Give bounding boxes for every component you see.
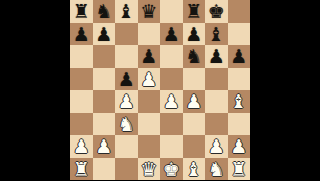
square-a7[interactable]: ♟ [70,23,93,46]
square-a8[interactable]: ♜ [70,0,93,23]
square-g1[interactable]: ♞ [205,158,228,181]
square-d2[interactable] [138,135,161,158]
square-c8[interactable]: ♝ [115,0,138,23]
square-e2[interactable] [160,135,183,158]
piece-white-pawn[interactable]: ♟ [208,135,225,157]
piece-black-knight[interactable]: ♞ [185,45,202,67]
square-d6[interactable]: ♟ [138,45,161,68]
square-d3[interactable] [138,113,161,136]
square-c3[interactable]: ♞ [115,113,138,136]
piece-white-pawn[interactable]: ♟ [185,90,202,112]
chess-board: ♜♞♝♛♜♚♟♟♟♟♝♟♞♟♟♟♟♟♟♟♝♞♟♟♟♟♜♛♚♝♞♜ [70,0,250,180]
piece-black-knight[interactable]: ♞ [95,0,112,22]
app-background: ♜♞♝♛♜♚♟♟♟♟♝♟♞♟♟♟♟♟♟♟♝♞♟♟♟♟♜♛♚♝♞♜ [0,0,320,180]
square-h3[interactable] [228,113,251,136]
square-g5[interactable] [205,68,228,91]
piece-black-queen[interactable]: ♛ [140,0,157,22]
square-c5[interactable]: ♟ [115,68,138,91]
piece-black-pawn[interactable]: ♟ [140,45,157,67]
piece-white-rook[interactable]: ♜ [73,158,90,180]
square-d4[interactable] [138,90,161,113]
square-b4[interactable] [93,90,116,113]
square-f4[interactable]: ♟ [183,90,206,113]
piece-black-pawn[interactable]: ♟ [163,23,180,45]
square-b2[interactable]: ♟ [93,135,116,158]
piece-white-pawn[interactable]: ♟ [140,68,157,90]
piece-white-king[interactable]: ♚ [163,158,180,180]
square-b7[interactable]: ♟ [93,23,116,46]
piece-white-queen[interactable]: ♛ [140,158,157,180]
square-a4[interactable] [70,90,93,113]
piece-white-pawn[interactable]: ♟ [95,135,112,157]
piece-black-king[interactable]: ♚ [208,0,225,22]
square-e1[interactable]: ♚ [160,158,183,181]
square-b1[interactable] [93,158,116,181]
square-f2[interactable] [183,135,206,158]
square-g2[interactable]: ♟ [205,135,228,158]
piece-white-knight[interactable]: ♞ [118,113,135,135]
piece-black-pawn[interactable]: ♟ [95,23,112,45]
piece-black-pawn[interactable]: ♟ [118,68,135,90]
square-c7[interactable] [115,23,138,46]
piece-white-pawn[interactable]: ♟ [73,135,90,157]
square-g7[interactable]: ♝ [205,23,228,46]
square-f7[interactable]: ♟ [183,23,206,46]
square-a6[interactable] [70,45,93,68]
square-e5[interactable] [160,68,183,91]
piece-black-pawn[interactable]: ♟ [73,23,90,45]
square-e7[interactable]: ♟ [160,23,183,46]
square-h4[interactable]: ♝ [228,90,251,113]
piece-white-bishop[interactable]: ♝ [230,90,247,112]
piece-white-rook[interactable]: ♜ [230,158,247,180]
square-b8[interactable]: ♞ [93,0,116,23]
square-f6[interactable]: ♞ [183,45,206,68]
square-e6[interactable] [160,45,183,68]
square-b3[interactable] [93,113,116,136]
square-d8[interactable]: ♛ [138,0,161,23]
square-h6[interactable]: ♟ [228,45,251,68]
piece-black-rook[interactable]: ♜ [73,0,90,22]
square-e3[interactable] [160,113,183,136]
piece-white-pawn[interactable]: ♟ [230,135,247,157]
square-c4[interactable]: ♟ [115,90,138,113]
square-g3[interactable] [205,113,228,136]
square-h2[interactable]: ♟ [228,135,251,158]
square-d1[interactable]: ♛ [138,158,161,181]
square-h5[interactable] [228,68,251,91]
square-f3[interactable] [183,113,206,136]
piece-white-pawn[interactable]: ♟ [118,90,135,112]
square-c1[interactable] [115,158,138,181]
square-h7[interactable] [228,23,251,46]
square-h1[interactable]: ♜ [228,158,251,181]
piece-white-bishop[interactable]: ♝ [185,158,202,180]
piece-black-pawn[interactable]: ♟ [185,23,202,45]
square-f8[interactable]: ♜ [183,0,206,23]
square-a2[interactable]: ♟ [70,135,93,158]
square-e8[interactable] [160,0,183,23]
square-c6[interactable] [115,45,138,68]
square-e4[interactable]: ♟ [160,90,183,113]
square-h8[interactable] [228,0,251,23]
piece-black-bishop[interactable]: ♝ [208,23,225,45]
square-f1[interactable]: ♝ [183,158,206,181]
square-a3[interactable] [70,113,93,136]
piece-black-pawn[interactable]: ♟ [208,45,225,67]
piece-black-rook[interactable]: ♜ [185,0,202,22]
square-a1[interactable]: ♜ [70,158,93,181]
piece-black-bishop[interactable]: ♝ [118,0,135,22]
piece-black-pawn[interactable]: ♟ [230,45,247,67]
square-f5[interactable] [183,68,206,91]
square-c2[interactable] [115,135,138,158]
square-b5[interactable] [93,68,116,91]
square-d5[interactable]: ♟ [138,68,161,91]
piece-white-knight[interactable]: ♞ [208,158,225,180]
square-g6[interactable]: ♟ [205,45,228,68]
square-d7[interactable] [138,23,161,46]
square-g4[interactable] [205,90,228,113]
square-a5[interactable] [70,68,93,91]
square-b6[interactable] [93,45,116,68]
piece-white-pawn[interactable]: ♟ [163,90,180,112]
square-g8[interactable]: ♚ [205,0,228,23]
